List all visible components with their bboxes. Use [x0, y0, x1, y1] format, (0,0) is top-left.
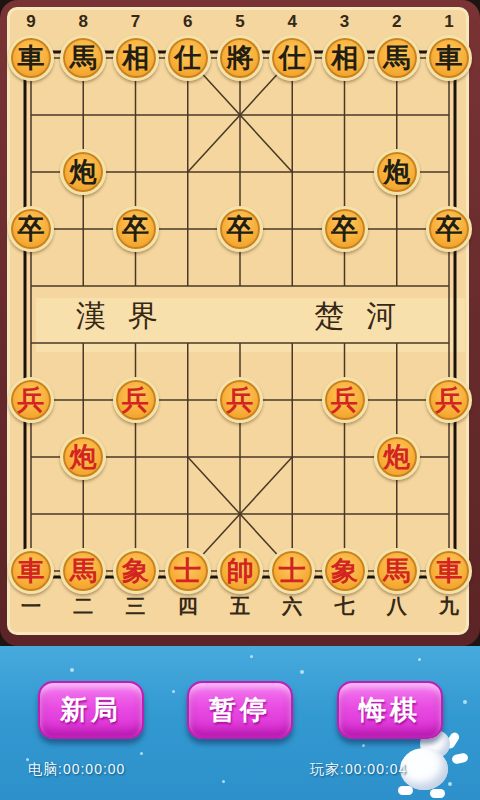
snow-dot	[222, 780, 225, 783]
mascot-foot	[430, 789, 445, 798]
red-piece-兵[interactable]: 兵	[113, 377, 159, 423]
red-piece-象[interactable]: 象	[113, 548, 159, 594]
black-piece-炮[interactable]: 炮	[374, 149, 420, 195]
red-piece-炮[interactable]: 炮	[60, 434, 106, 480]
black-piece-卒[interactable]: 卒	[322, 206, 368, 252]
snow-dot	[418, 658, 421, 661]
pause-button[interactable]: 暂停	[187, 681, 293, 739]
black-piece-馬[interactable]: 馬	[60, 35, 106, 81]
black-piece-車[interactable]: 車	[8, 35, 54, 81]
black-piece-卒[interactable]: 卒	[217, 206, 263, 252]
red-piece-兵[interactable]: 兵	[322, 377, 368, 423]
red-piece-象[interactable]: 象	[322, 548, 368, 594]
red-piece-車[interactable]: 車	[8, 548, 54, 594]
snow-dot	[300, 670, 304, 674]
computer-clock: 电脑:00:00:00	[28, 761, 125, 779]
red-piece-兵[interactable]: 兵	[426, 377, 472, 423]
black-piece-卒[interactable]: 卒	[113, 206, 159, 252]
red-piece-炮[interactable]: 炮	[374, 434, 420, 480]
snow-dot	[250, 655, 253, 658]
black-piece-相[interactable]: 相	[113, 35, 159, 81]
black-piece-馬[interactable]: 馬	[374, 35, 420, 81]
red-piece-兵[interactable]: 兵	[217, 377, 263, 423]
black-piece-相[interactable]: 相	[322, 35, 368, 81]
mascot-foot	[398, 786, 413, 795]
mascot-arm	[451, 752, 469, 764]
player-clock: 玩家:00:00:04	[310, 761, 407, 779]
red-piece-車[interactable]: 車	[426, 548, 472, 594]
black-piece-仕[interactable]: 仕	[165, 35, 211, 81]
red-piece-士[interactable]: 士	[269, 548, 315, 594]
red-piece-馬[interactable]: 馬	[60, 548, 106, 594]
piece-layer: 車馬相仕將仕相馬車炮炮卒卒卒卒卒兵兵兵兵兵炮炮車馬象士帥士象馬車	[5, 30, 475, 600]
board-frame: 987654321 一二三四五六七八九 漢界 楚河 車馬相仕將仕相馬車炮炮卒卒卒…	[0, 0, 480, 646]
black-piece-將[interactable]: 將	[217, 35, 263, 81]
red-piece-兵[interactable]: 兵	[8, 377, 54, 423]
new-game-button[interactable]: 新局	[38, 681, 144, 739]
black-piece-仕[interactable]: 仕	[269, 35, 315, 81]
red-piece-士[interactable]: 士	[165, 548, 211, 594]
black-piece-車[interactable]: 車	[426, 35, 472, 81]
undo-button[interactable]: 悔棋	[337, 681, 443, 739]
black-piece-炮[interactable]: 炮	[60, 149, 106, 195]
red-piece-馬[interactable]: 馬	[374, 548, 420, 594]
snow-dot	[70, 668, 74, 672]
black-piece-卒[interactable]: 卒	[426, 206, 472, 252]
control-button-row: 新局 暂停 悔棋	[0, 681, 480, 741]
red-piece-帥[interactable]: 帥	[217, 548, 263, 594]
snow-dot	[362, 744, 365, 747]
black-piece-卒[interactable]: 卒	[8, 206, 54, 252]
snow-dot	[140, 752, 143, 755]
